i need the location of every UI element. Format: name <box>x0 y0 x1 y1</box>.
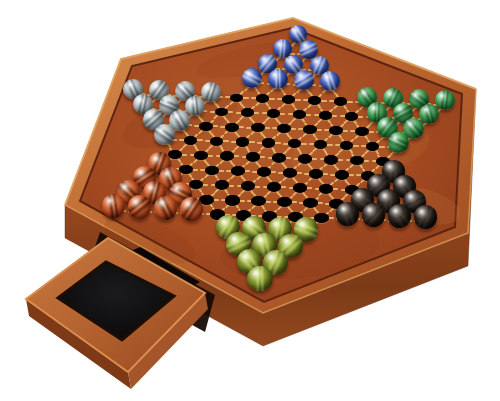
marble-red[interactable] <box>128 195 152 219</box>
hole-r10-c7[interactable] <box>335 170 349 180</box>
marble-olive[interactable] <box>247 266 273 292</box>
marble-blue[interactable] <box>320 71 340 91</box>
marble-green[interactable] <box>388 132 410 154</box>
hole-r12-c7[interactable] <box>303 198 318 208</box>
marble-black[interactable] <box>388 204 412 228</box>
hole-r8-c6[interactable] <box>314 140 328 149</box>
hole-r9-c5[interactable] <box>298 154 312 164</box>
marble-black[interactable] <box>336 202 360 226</box>
hole-r11-c3[interactable] <box>215 180 230 190</box>
marble-green[interactable] <box>435 90 455 110</box>
hole-r6-c7[interactable] <box>319 111 332 120</box>
hole-r11-c7[interactable] <box>319 184 334 194</box>
hole-r10-c6[interactable] <box>309 169 323 179</box>
hole-r5-c4[interactable] <box>230 94 243 103</box>
hole-r11-c5[interactable] <box>267 182 282 192</box>
hole-r11-c6[interactable] <box>293 183 308 193</box>
playing-field <box>0 0 500 401</box>
hole-r7-c3[interactable] <box>225 123 239 132</box>
marble-red[interactable] <box>154 196 178 220</box>
marble-blue[interactable] <box>268 69 288 89</box>
hole-r6-c8[interactable] <box>345 112 358 121</box>
hole-r5-c7[interactable] <box>308 96 321 105</box>
hole-r5-c8[interactable] <box>334 97 347 106</box>
hole-r7-c2[interactable] <box>199 122 213 131</box>
hole-r9-c3[interactable] <box>246 152 260 162</box>
hole-r9-c7[interactable] <box>350 156 364 166</box>
hole-r7-c8[interactable] <box>355 127 369 136</box>
hole-r12-c5[interactable] <box>251 196 266 206</box>
hole-r10-c5[interactable] <box>283 168 297 178</box>
hole-r10-c3[interactable] <box>231 166 245 176</box>
hole-r7-c6[interactable] <box>303 125 317 134</box>
hole-r9-c1[interactable] <box>194 151 208 161</box>
hole-r7-c4[interactable] <box>251 123 265 132</box>
hole-r9-c6[interactable] <box>324 155 338 165</box>
hole-r6-c4[interactable] <box>241 108 254 117</box>
hole-r8-c2[interactable] <box>210 137 224 146</box>
marble-black[interactable] <box>362 203 386 227</box>
marble-black[interactable] <box>414 205 438 229</box>
marble-blue[interactable] <box>294 70 314 90</box>
hole-r8-c4[interactable] <box>262 138 276 147</box>
hole-r12-c6[interactable] <box>277 197 292 207</box>
hole-r5-c6[interactable] <box>282 95 295 104</box>
hole-r8-c5[interactable] <box>288 139 302 148</box>
marble-blue[interactable] <box>242 68 262 88</box>
marble-red[interactable] <box>102 194 126 218</box>
hole-r9-c2[interactable] <box>220 151 234 161</box>
hole-r10-c2[interactable] <box>205 166 219 176</box>
hole-r11-c2[interactable] <box>189 180 204 190</box>
hole-r5-c5[interactable] <box>256 94 269 103</box>
marble-gray[interactable] <box>154 124 176 146</box>
hole-r6-c6[interactable] <box>293 110 306 119</box>
hole-r11-c4[interactable] <box>241 181 256 191</box>
hole-r9-c0[interactable] <box>168 150 182 160</box>
hole-r9-c4[interactable] <box>272 153 286 163</box>
hole-r7-c7[interactable] <box>329 126 343 135</box>
chinese-checkers-scene <box>0 0 500 401</box>
hole-r6-c5[interactable] <box>267 109 280 118</box>
marble-gray[interactable] <box>185 96 206 117</box>
marble-red[interactable] <box>180 197 204 221</box>
hole-r7-c5[interactable] <box>277 124 291 133</box>
hole-r12-c4[interactable] <box>225 195 240 205</box>
hole-r10-c4[interactable] <box>257 167 271 177</box>
hole-r8-c1[interactable] <box>184 136 198 145</box>
hole-r8-c3[interactable] <box>236 137 250 146</box>
hole-r6-c3[interactable] <box>215 108 228 117</box>
marble-gray[interactable] <box>201 82 221 102</box>
